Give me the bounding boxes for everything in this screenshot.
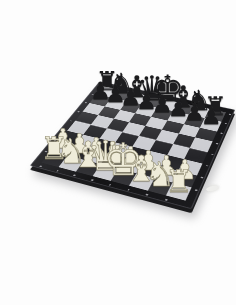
product-photo: ♜♞♝♛♚♝♞♜♟♟♟♟♟♟♟♟♟♟♟♟♟♟♟♟♜♞♝♛♚♝♞♜ bbox=[0, 0, 236, 305]
piece-white-rook[interactable]: ♜ bbox=[165, 166, 193, 197]
piece-black-pawn[interactable]: ♟ bbox=[200, 105, 221, 129]
pieces-layer: ♜♞♝♛♚♝♞♜♟♟♟♟♟♟♟♟♟♟♟♟♟♟♟♟♜♞♝♛♚♝♞♜ bbox=[0, 0, 236, 305]
